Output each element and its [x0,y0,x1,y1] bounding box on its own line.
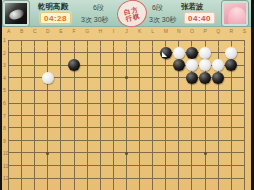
board-intersection-D5[interactable] [41,84,54,97]
column-label-N: N [172,27,185,35]
board-intersection-H12[interactable] [94,172,107,185]
board-intersection-O12[interactable] [185,172,198,185]
board-intersection-Q4[interactable] [212,72,225,85]
board-intersection-H4[interactable] [94,72,107,85]
board-intersection-J2[interactable] [120,47,133,60]
board-intersection-P10[interactable] [199,147,212,160]
board-intersection-B13[interactable] [15,185,28,190]
board-intersection-R10[interactable] [225,147,238,160]
board-intersection-G6[interactable] [81,97,94,110]
board-intersection-L4[interactable] [146,72,159,85]
board-intersection-O8[interactable] [185,122,198,135]
board-intersection-P11[interactable] [199,159,212,172]
board-intersection-S5[interactable] [238,84,251,97]
board-intersection-G9[interactable] [81,134,94,147]
board-intersection-Q10[interactable] [212,147,225,160]
board-intersection-I12[interactable] [107,172,120,185]
board-intersection-E10[interactable] [54,147,67,160]
column-label-M: M [159,27,172,35]
board-intersection-Q3[interactable] [212,59,225,72]
board-intersection-R6[interactable] [225,97,238,110]
board-intersection-M7[interactable] [159,109,172,122]
board-intersection-S6[interactable] [238,97,251,110]
board-intersection-C3[interactable] [28,59,41,72]
board-intersection-K10[interactable] [133,147,146,160]
board-intersection-M4[interactable] [159,72,172,85]
board-intersection-Q13[interactable] [212,185,225,190]
board-intersection-M5[interactable] [159,84,172,97]
black-stone [212,72,224,84]
board-intersection-G12[interactable] [81,172,94,185]
black-stone [68,59,80,71]
board-intersection-D10[interactable] [41,147,54,160]
black-stone [199,72,211,84]
board-intersection-K11[interactable] [133,159,146,172]
black-stone-last-move [160,47,172,59]
star-point [125,76,128,79]
column-label-O: O [185,27,198,35]
board-intersection-I6[interactable] [107,97,120,110]
board-intersection-H7[interactable] [94,109,107,122]
board-intersection-B4[interactable] [15,72,28,85]
board-intersection-N2[interactable] [172,47,185,60]
board-intersection-C9[interactable] [28,134,41,147]
column-label-G: G [81,27,94,35]
board-intersection-L7[interactable] [146,109,159,122]
board-intersection-C12[interactable] [28,172,41,185]
board-intersection-E7[interactable] [54,109,67,122]
board-intersection-O7[interactable] [185,109,198,122]
row-label-2: 2 [2,47,10,60]
row-label-8: 8 [2,122,10,135]
board-intersection-M10[interactable] [159,147,172,160]
board-intersection-G2[interactable] [81,47,94,60]
board-intersection-D11[interactable] [41,159,54,172]
board-intersection-P2[interactable] [199,47,212,60]
board-intersection-B1[interactable] [15,34,28,47]
row-label-6: 6 [2,97,10,110]
row-label-5: 5 [2,84,10,97]
board-intersection-P12[interactable] [199,172,212,185]
board-intersection-Q2[interactable] [212,47,225,60]
board-intersection-N7[interactable] [172,109,185,122]
white-stone [212,59,224,71]
board-intersection-G5[interactable] [81,84,94,97]
board-intersection-C6[interactable] [28,97,41,110]
board-intersection-C10[interactable] [28,147,41,160]
left-letterbox-bar [0,0,2,190]
board-intersection-P3[interactable] [199,59,212,72]
board-intersection-N1[interactable] [172,34,185,47]
board-intersection-Q8[interactable] [212,122,225,135]
board-intersection-L2[interactable] [146,47,159,60]
board-intersection-G8[interactable] [81,122,94,135]
board-intersection-G4[interactable] [81,72,94,85]
board-intersection-L1[interactable] [146,34,159,47]
board-intersection-P5[interactable] [199,84,212,97]
board-intersection-I1[interactable] [107,34,120,47]
board-intersection-B5[interactable] [15,84,28,97]
board-intersection-M9[interactable] [159,134,172,147]
column-label-H: H [94,27,107,35]
board-intersection-F4[interactable] [68,72,81,85]
board-intersection-D12[interactable] [41,172,54,185]
board-intersection-E1[interactable] [54,34,67,47]
board-intersection-M3[interactable] [159,59,172,72]
board-intersection-S3[interactable] [238,59,251,72]
board-intersection-F3[interactable] [68,59,81,72]
board-intersection-K12[interactable] [133,172,146,185]
board-intersection-E12[interactable] [54,172,67,185]
board-intersection-J10[interactable] [120,147,133,160]
board-intersection-E4[interactable] [54,72,67,85]
board-intersection-R1[interactable] [225,34,238,47]
row-label-9: 9 [2,134,10,147]
board-intersection-H11[interactable] [94,159,107,172]
board-intersection-N11[interactable] [172,159,185,172]
board-intersection-M12[interactable] [159,172,172,185]
board-intersection-P4[interactable] [199,72,212,85]
board-intersection-L5[interactable] [146,84,159,97]
board-intersection-L10[interactable] [146,147,159,160]
board-intersection-J11[interactable] [120,159,133,172]
board-intersection-O1[interactable] [185,34,198,47]
board-intersection-C5[interactable] [28,84,41,97]
board-intersection-E5[interactable] [54,84,67,97]
board-intersection-R7[interactable] [225,109,238,122]
board-intersection-K7[interactable] [133,109,146,122]
board-intersection-L6[interactable] [146,97,159,110]
board-intersection-H2[interactable] [94,47,107,60]
row-label-11: 11 [2,159,10,172]
row-label-1: 1 [2,34,10,47]
left-player-name: 乾明高殿 [38,2,68,12]
board-intersection-M6[interactable] [159,97,172,110]
board-intersection-H10[interactable] [94,147,107,160]
board-intersection-B3[interactable] [15,59,28,72]
board-intersection-J3[interactable] [120,59,133,72]
right-player-byoyomi: 3次 30秒 [149,15,177,25]
board-intersection-K1[interactable] [133,34,146,47]
board-intersection-N3[interactable] [172,59,185,72]
board-intersection-I5[interactable] [107,84,120,97]
board-intersection-R4[interactable] [225,72,238,85]
board-intersection-F1[interactable] [68,34,81,47]
board-intersection-I13[interactable] [107,185,120,190]
board-intersection-G10[interactable] [81,147,94,160]
board-intersection-J5[interactable] [120,84,133,97]
row-labels: 123456789101112 [2,34,10,190]
board-intersection-I11[interactable] [107,159,120,172]
board-intersection-N8[interactable] [172,122,185,135]
board-intersection-P13[interactable] [199,185,212,190]
board-intersection-M11[interactable] [159,159,172,172]
row-label-3: 3 [2,59,10,72]
board-intersection-B11[interactable] [15,159,28,172]
board-intersection-F5[interactable] [68,84,81,97]
board-intersection-D3[interactable] [41,59,54,72]
board-intersection-H13[interactable] [94,185,107,190]
board-intersection-F8[interactable] [68,122,81,135]
board-intersection-J8[interactable] [120,122,133,135]
board-intersection-I3[interactable] [107,59,120,72]
board-intersection-D7[interactable] [41,109,54,122]
board-intersection-R5[interactable] [225,84,238,97]
board-intersection-L13[interactable] [146,185,159,190]
board-intersection-H6[interactable] [94,97,107,110]
board-intersection-S10[interactable] [238,147,251,160]
board-intersection-D9[interactable] [41,134,54,147]
board-intersection-S4[interactable] [238,72,251,85]
board-intersection-P6[interactable] [199,97,212,110]
left-player-byoyomi: 3次 30秒 [81,15,109,25]
column-label-C: C [28,27,41,35]
board-intersection-K6[interactable] [133,97,146,110]
row-label-4: 4 [2,72,10,85]
board-intersection-G11[interactable] [81,159,94,172]
board-intersection-O2[interactable] [185,47,198,60]
board-intersection-B8[interactable] [15,122,28,135]
board-intersection-H3[interactable] [94,59,107,72]
board-intersection-N6[interactable] [172,97,185,110]
turn-indicator-stamp: 白方 行棋 [114,0,150,30]
board-intersection-S7[interactable] [238,109,251,122]
board-intersection-B6[interactable] [15,97,28,110]
board-intersection-K13[interactable] [133,185,146,190]
board-intersection-F12[interactable] [68,172,81,185]
board-intersection-E11[interactable] [54,159,67,172]
last-move-triangle-marker [162,52,167,57]
board-intersection-S9[interactable] [238,134,251,147]
board-intersection-Q12[interactable] [212,172,225,185]
board-intersection-K3[interactable] [133,59,146,72]
board-intersection-C2[interactable] [28,47,41,60]
column-label-Q: Q [212,27,225,35]
board-intersection-K2[interactable] [133,47,146,60]
board-intersection-O5[interactable] [185,84,198,97]
board-intersection-I2[interactable] [107,47,120,60]
board-intersection-H9[interactable] [94,134,107,147]
board-intersection-C8[interactable] [28,122,41,135]
board-intersection-D1[interactable] [41,34,54,47]
board-intersection-O3[interactable] [185,59,198,72]
board-intersection-O4[interactable] [185,72,198,85]
board-intersection-Q9[interactable] [212,134,225,147]
board-intersection-M8[interactable] [159,122,172,135]
board-intersection-M2[interactable] [159,47,172,60]
board-intersection-J1[interactable] [120,34,133,47]
board-intersection-R3[interactable] [225,59,238,72]
board-intersection-C11[interactable] [28,159,41,172]
column-label-F: F [68,27,81,35]
column-label-B: B [15,27,28,35]
white-stone [199,59,211,71]
column-labels: ABCDEFGHIJKLMNOPQRS [2,27,251,35]
column-label-J: J [120,27,133,35]
row-label-12: 12 [2,172,10,185]
board-intersection-Q1[interactable] [212,34,225,47]
star-point [204,152,207,155]
board-intersection-J7[interactable] [120,109,133,122]
board-intersection-P8[interactable] [199,122,212,135]
board-intersection-L3[interactable] [146,59,159,72]
board-intersection-F13[interactable] [68,185,81,190]
board-intersection-N5[interactable] [172,84,185,97]
star-point [46,152,49,155]
board-intersection-I9[interactable] [107,134,120,147]
board-intersection-L11[interactable] [146,159,159,172]
row-label-7: 7 [2,109,10,122]
board-intersection-D8[interactable] [41,122,54,135]
board-intersection-D2[interactable] [41,47,54,60]
board-intersection-O13[interactable] [185,185,198,190]
board-intersection-F11[interactable] [68,159,81,172]
board-intersection-I8[interactable] [107,122,120,135]
board-intersection-I10[interactable] [107,147,120,160]
game-header: 乾明高殿 6段 04:28 3次 30秒 白方 行棋 6段 张若波 3次 30秒… [0,0,254,27]
board-intersection-E8[interactable] [54,122,67,135]
board-intersection-E2[interactable] [54,47,67,60]
board-intersection-I4[interactable] [107,72,120,85]
board-intersection-O11[interactable] [185,159,198,172]
board-intersection-R12[interactable] [225,172,238,185]
board-intersection-E3[interactable] [54,59,67,72]
board-intersection-H8[interactable] [94,122,107,135]
left-player-timer: 04:28 [40,12,71,24]
right-player-rank: 6段 [152,3,163,13]
right-letterbox-bar [251,0,254,190]
board-intersection-Q11[interactable] [212,159,225,172]
board-intersection-O6[interactable] [185,97,198,110]
board-intersection-E6[interactable] [54,97,67,110]
board-intersection-B12[interactable] [15,172,28,185]
board-intersection-N4[interactable] [172,72,185,85]
board-intersection-G3[interactable] [81,59,94,72]
board-intersection-F7[interactable] [68,109,81,122]
board-intersection-J13[interactable] [120,185,133,190]
board-intersection-I7[interactable] [107,109,120,122]
board-intersection-N12[interactable] [172,172,185,185]
app-screen: 乾明高殿 6段 04:28 3次 30秒 白方 行棋 6段 张若波 3次 30秒… [0,0,254,190]
board-intersection-B9[interactable] [15,134,28,147]
board-intersection-R13[interactable] [225,185,238,190]
board-intersection-J6[interactable] [120,97,133,110]
board-intersection-M1[interactable] [159,34,172,47]
white-stone [199,47,211,59]
board-intersection-D13[interactable] [41,185,54,190]
board-intersection-F10[interactable] [68,147,81,160]
board-intersection-C7[interactable] [28,109,41,122]
board-intersection-E9[interactable] [54,134,67,147]
board-intersection-S8[interactable] [238,122,251,135]
white-stone [186,59,198,71]
board-intersection-K8[interactable] [133,122,146,135]
board-intersection-N9[interactable] [172,134,185,147]
board-intersection-K5[interactable] [133,84,146,97]
board-intersection-B2[interactable] [15,47,28,60]
board-intersection-S11[interactable] [238,159,251,172]
right-player-name: 张若波 [181,2,204,12]
column-label-R: R [225,27,238,35]
white-stone [173,47,185,59]
board-intersection-L12[interactable] [146,172,159,185]
board-intersection-G1[interactable] [81,34,94,47]
board-intersection-C1[interactable] [28,34,41,47]
board-intersection-R9[interactable] [225,134,238,147]
board-intersection-R2[interactable] [225,47,238,60]
board-intersection-Q7[interactable] [212,109,225,122]
board-intersection-F9[interactable] [68,134,81,147]
board-intersection-O10[interactable] [185,147,198,160]
board-intersection-B7[interactable] [15,109,28,122]
board-intersection-N13[interactable] [172,185,185,190]
board-intersection-L8[interactable] [146,122,159,135]
board-intersection-S2[interactable] [238,47,251,60]
board-intersection-J9[interactable] [120,134,133,147]
board-intersection-F2[interactable] [68,47,81,60]
board-intersection-K9[interactable] [133,134,146,147]
black-stone [173,59,185,71]
board-intersection-S13[interactable] [238,185,251,190]
column-label-D: D [41,27,54,35]
avatar-photo-shape [228,7,246,26]
board-intersection-L9[interactable] [146,134,159,147]
black-stone [225,59,237,71]
white-stone [225,47,237,59]
board-intersection-P7[interactable] [199,109,212,122]
board-intersection-J4[interactable] [120,72,133,85]
board-intersection-C4[interactable] [28,72,41,85]
right-player-avatar[interactable] [222,1,248,26]
board-intersection-P9[interactable] [199,134,212,147]
board-intersection-E13[interactable] [54,185,67,190]
board-intersection-Q5[interactable] [212,84,225,97]
board-intersection-K4[interactable] [133,72,146,85]
board-intersection-C13[interactable] [28,185,41,190]
board-intersection-O9[interactable] [185,134,198,147]
board-intersection-D4[interactable] [41,72,54,85]
column-label-I: I [107,27,120,35]
black-stone [186,47,198,59]
board-intersection-R8[interactable] [225,122,238,135]
board-intersection-Q6[interactable] [212,97,225,110]
left-player-avatar[interactable] [3,1,29,26]
board-intersection-G13[interactable] [81,185,94,190]
board-intersection-R11[interactable] [225,159,238,172]
board-intersection-J12[interactable] [120,172,133,185]
board-intersection-P1[interactable] [199,34,212,47]
column-label-P: P [199,27,212,35]
board-intersection-N10[interactable] [172,147,185,160]
board-intersection-G7[interactable] [81,109,94,122]
board-intersection-S12[interactable] [238,172,251,185]
board-intersection-H5[interactable] [94,84,107,97]
avatar-photo-highlight [8,8,25,21]
board-intersection-B10[interactable] [15,147,28,160]
white-stone [42,72,54,84]
board-intersection-F6[interactable] [68,97,81,110]
left-player-rank: 6段 [93,3,104,13]
board-intersection-M13[interactable] [159,185,172,190]
board-intersection-D6[interactable] [41,97,54,110]
board-intersection-S1[interactable] [238,34,251,47]
right-player-timer: 04:40 [184,12,215,24]
column-label-K: K [133,27,146,35]
board-intersection-H1[interactable] [94,34,107,47]
black-stone [186,72,198,84]
go-board-grid [2,34,251,190]
column-label-L: L [146,27,159,35]
